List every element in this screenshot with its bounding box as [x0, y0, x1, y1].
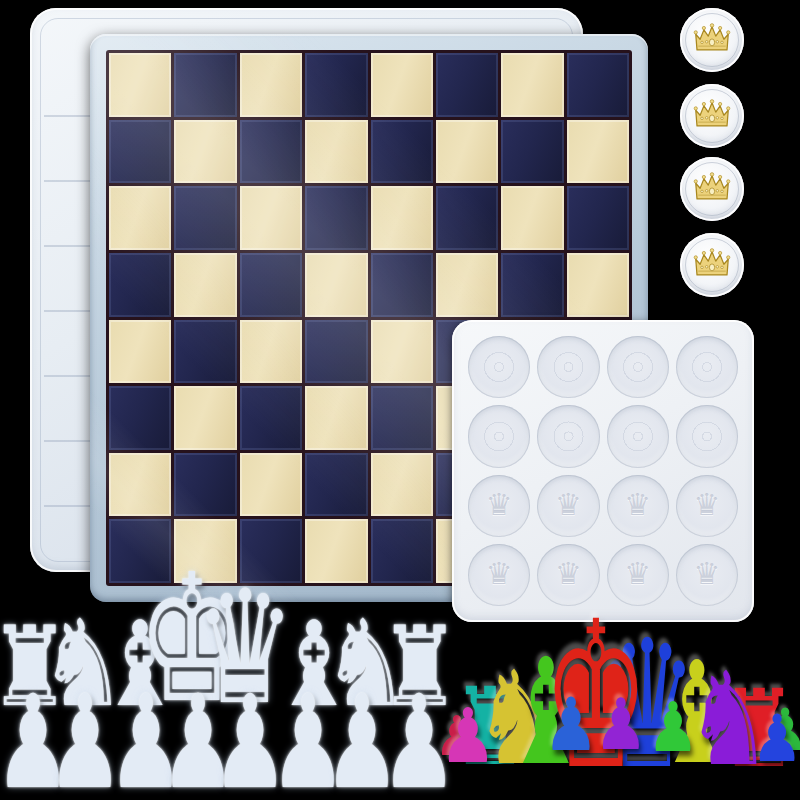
- board-square: [436, 120, 498, 184]
- board-square: [305, 453, 367, 517]
- board-square: [371, 186, 433, 250]
- board-square: [174, 186, 236, 250]
- gold-crown-icon: [692, 99, 732, 129]
- checker-cavity-crown-side: ♛: [676, 544, 738, 606]
- board-square: [501, 253, 563, 317]
- board-square: [174, 253, 236, 317]
- board-square: [305, 253, 367, 317]
- product-photo-scene: ♛♛♛♛♛♛♛♛ ♜♞♝♚♛♝♞♜♟♟♟♟♟♟♟♟ ♟♟♜♞♝♟♚♟♛♟♝♞♜♟…: [0, 0, 800, 800]
- board-square: [109, 453, 171, 517]
- checker-cavity-crown-top: [468, 336, 530, 398]
- board-square: [174, 53, 236, 117]
- side-crown-imprint-icon: ♛: [693, 490, 720, 520]
- board-square: [567, 253, 629, 317]
- board-square: [174, 386, 236, 450]
- board-square: [371, 53, 433, 117]
- checker-cavity-crown-top: [607, 405, 669, 467]
- board-square: [109, 320, 171, 384]
- gold-crown-icon: [692, 172, 732, 202]
- board-square: [174, 453, 236, 517]
- board-square: [240, 120, 302, 184]
- checker-cavity-crown-top: [468, 405, 530, 467]
- gold-crown-icon: [692, 23, 732, 53]
- checker-piece: [680, 8, 744, 72]
- side-crown-imprint-icon: ♛: [486, 559, 513, 589]
- gold-crown-icon: [692, 248, 732, 278]
- board-square: [109, 186, 171, 250]
- board-square: [305, 120, 367, 184]
- board-square: [371, 253, 433, 317]
- board-square: [371, 386, 433, 450]
- board-square: [109, 53, 171, 117]
- board-square: [109, 253, 171, 317]
- checker-cavity-crown-top: [676, 405, 738, 467]
- board-square: [240, 320, 302, 384]
- checker-cavity-crown-side: ♛: [468, 475, 530, 537]
- board-square: [501, 186, 563, 250]
- board-square: [305, 519, 367, 583]
- board-square: [240, 386, 302, 450]
- checker-cavity-crown-top: [676, 336, 738, 398]
- board-square: [305, 320, 367, 384]
- chess-piece-rainbow-pawn: ♟: [647, 694, 699, 762]
- side-crown-imprint-icon: ♛: [693, 559, 720, 589]
- board-square: [501, 120, 563, 184]
- checker-piece: [680, 233, 744, 297]
- chess-piece-rainbow-pawn: ♟: [594, 689, 648, 760]
- checker-cavity-crown-top: [537, 405, 599, 467]
- checker-cavity-crown-top: [607, 336, 669, 398]
- board-square: [109, 120, 171, 184]
- board-square: [371, 519, 433, 583]
- checker-cavity-crown-side: ♛: [468, 544, 530, 606]
- board-square: [567, 120, 629, 184]
- board-square: [371, 120, 433, 184]
- chess-piece-rainbow-pawn: ♟: [439, 698, 496, 774]
- board-square: [371, 453, 433, 517]
- side-crown-imprint-icon: ♛: [624, 490, 651, 520]
- board-square: [567, 53, 629, 117]
- side-crown-imprint-icon: ♛: [555, 490, 582, 520]
- checker-cavity-crown-side: ♛: [537, 475, 599, 537]
- board-square: [240, 453, 302, 517]
- board-square: [240, 186, 302, 250]
- chess-piece-rainbow-pawn: ♟: [751, 706, 800, 771]
- board-square: [305, 186, 367, 250]
- checker-piece: [680, 84, 744, 148]
- board-square: [240, 253, 302, 317]
- board-square: [240, 53, 302, 117]
- board-square: [174, 120, 236, 184]
- board-square: [109, 386, 171, 450]
- board-square: [371, 320, 433, 384]
- board-square: [436, 253, 498, 317]
- board-square: [305, 53, 367, 117]
- chess-piece-rainbow-pawn: ♟: [543, 689, 599, 762]
- checker-cavity-crown-side: ♛: [607, 475, 669, 537]
- board-square: [436, 186, 498, 250]
- checker-cavity-crown-top: [537, 336, 599, 398]
- board-square: [567, 186, 629, 250]
- board-square: [174, 320, 236, 384]
- board-square: [436, 53, 498, 117]
- board-square: [305, 386, 367, 450]
- checker-piece: [680, 157, 744, 221]
- side-crown-imprint-icon: ♛: [486, 490, 513, 520]
- checker-cavity-crown-side: ♛: [676, 475, 738, 537]
- board-square: [501, 53, 563, 117]
